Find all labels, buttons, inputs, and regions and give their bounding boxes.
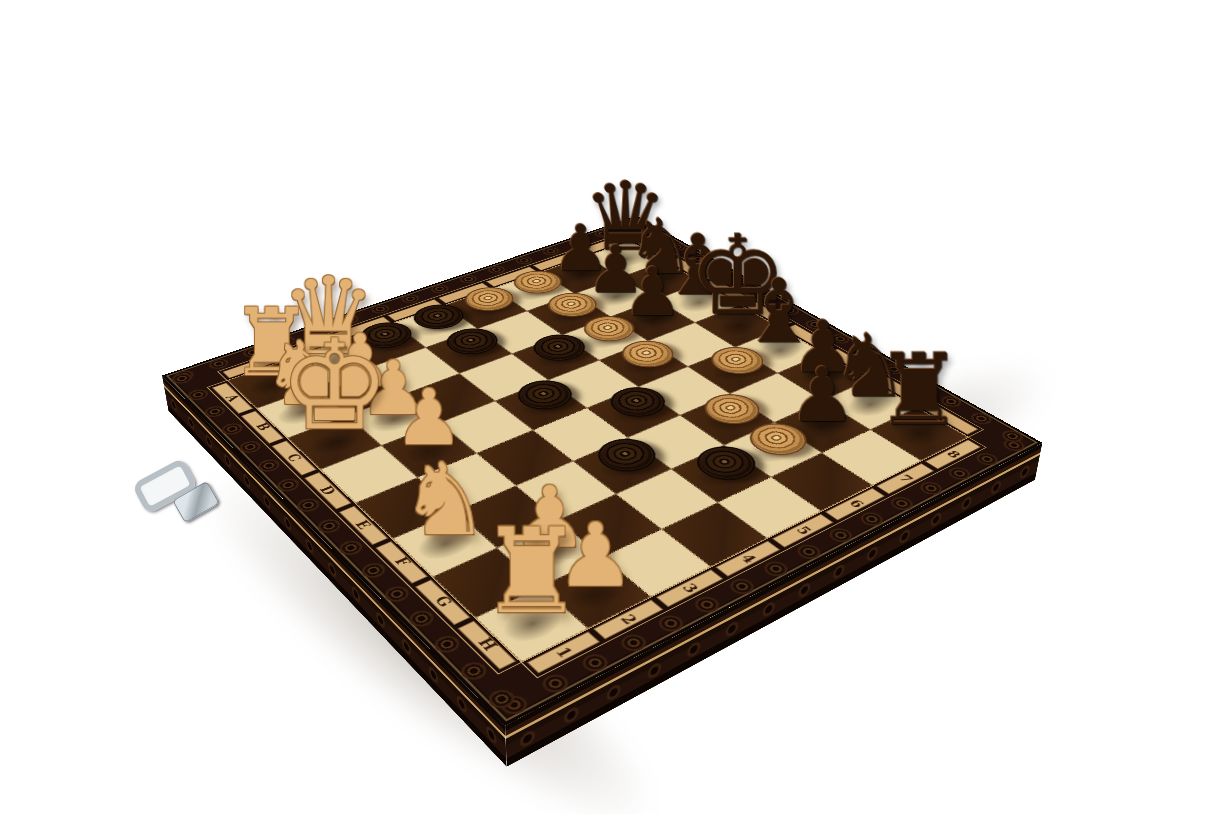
chess-board: ABCDEFGH 12345678 ♜♛♟♛♞♟♟♞♚♟♟♝♟♚♝♞♟♟♟♞♜♟… bbox=[162, 216, 1043, 726]
white-rook[interactable]: ♜ bbox=[434, 513, 629, 630]
squares-grid: ♜♛♟♛♞♟♟♞♚♟♟♝♟♚♝♞♟♟♟♞♜♟♜ bbox=[228, 241, 968, 662]
black-checker[interactable] bbox=[507, 375, 582, 416]
perspective-scene: ABCDEFGH 12345678 ♜♛♟♛♞♟♟♞♚♟♟♝♟♚♝♞♟♟♟♞♜♟… bbox=[0, 0, 1218, 814]
product-photo-scene: ABCDEFGH 12345678 ♜♛♟♛♞♟♟♞♚♟♟♝♟♚♝♞♟♟♟♞♜♟… bbox=[0, 0, 1218, 814]
black-rook[interactable]: ♜ bbox=[837, 341, 1001, 440]
